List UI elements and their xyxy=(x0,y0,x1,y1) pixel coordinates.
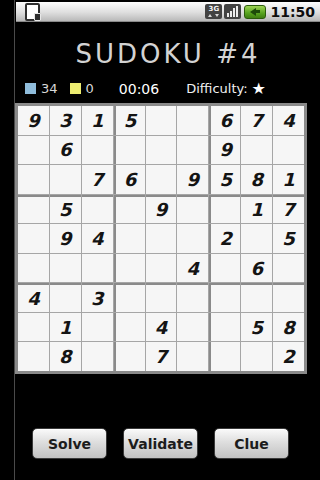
cell-r4c9[interactable]: 7 xyxy=(273,195,304,224)
cell-r2c5[interactable] xyxy=(146,136,177,165)
page-title: SUDOKU #4 xyxy=(16,37,320,71)
cell-r5c6[interactable] xyxy=(177,224,208,253)
cell-r2c9[interactable] xyxy=(273,136,304,165)
cell-r9c2[interactable]: 8 xyxy=(50,342,81,371)
cell-r2c8[interactable] xyxy=(241,136,272,165)
cell-r8c3[interactable] xyxy=(82,313,113,342)
cell-r1c7[interactable]: 6 xyxy=(209,106,240,135)
cell-r3c1[interactable] xyxy=(18,165,49,194)
cell-r2c3[interactable] xyxy=(82,136,113,165)
cell-r1c2[interactable]: 3 xyxy=(50,106,81,135)
given-cells-color-swatch xyxy=(25,83,36,94)
cell-r9c6[interactable] xyxy=(177,342,208,371)
cell-r4c1[interactable] xyxy=(18,195,49,224)
cell-r6c9[interactable] xyxy=(273,254,304,283)
cell-r9c7[interactable] xyxy=(209,342,240,371)
clue-button[interactable]: Clue xyxy=(214,428,289,459)
cell-r3c5[interactable] xyxy=(146,165,177,194)
cell-r5c2[interactable]: 9 xyxy=(50,224,81,253)
cell-r5c3[interactable]: 4 xyxy=(82,224,113,253)
cell-r7c1[interactable]: 4 xyxy=(18,283,49,312)
cell-r8c6[interactable] xyxy=(177,313,208,342)
cell-r1c8[interactable]: 7 xyxy=(241,106,272,135)
cell-r7c8[interactable] xyxy=(241,283,272,312)
cell-r8c9[interactable]: 8 xyxy=(273,313,304,342)
cell-r1c3[interactable]: 1 xyxy=(82,106,113,135)
cell-r2c2[interactable]: 6 xyxy=(50,136,81,165)
cell-r7c7[interactable] xyxy=(209,283,240,312)
cell-r9c8[interactable] xyxy=(241,342,272,371)
3g-data-arrows xyxy=(208,14,219,17)
cell-r2c1[interactable] xyxy=(18,136,49,165)
button-bar: Solve Validate Clue xyxy=(16,428,320,459)
cell-r4c4[interactable] xyxy=(114,195,145,224)
cell-r1c9[interactable]: 4 xyxy=(273,106,304,135)
signal-strength-icon xyxy=(224,4,241,19)
battery-charging-icon xyxy=(244,5,266,19)
cell-r9c5[interactable]: 7 xyxy=(146,342,177,371)
cell-r8c7[interactable] xyxy=(209,313,240,342)
status-bar: 3G 11:50 xyxy=(16,2,320,22)
cell-r7c2[interactable] xyxy=(50,283,81,312)
cell-r3c9[interactable]: 1 xyxy=(273,165,304,194)
cell-r5c5[interactable] xyxy=(146,224,177,253)
cell-r9c1[interactable] xyxy=(18,342,49,371)
cell-r1c6[interactable] xyxy=(177,106,208,135)
cell-r6c6[interactable]: 4 xyxy=(177,254,208,283)
cell-r2c6[interactable] xyxy=(177,136,208,165)
cell-r9c3[interactable] xyxy=(82,342,113,371)
entered-cells-count: 0 xyxy=(86,81,94,96)
info-bar: 34 0 00:06 Difficulty: ★ xyxy=(16,81,320,96)
cell-r3c4[interactable]: 6 xyxy=(114,165,145,194)
cell-r5c1[interactable] xyxy=(18,224,49,253)
entered-cells-color-swatch xyxy=(70,83,81,94)
cell-r3c2[interactable] xyxy=(50,165,81,194)
notification-icon-chip xyxy=(34,13,41,21)
cell-r8c2[interactable]: 1 xyxy=(50,313,81,342)
notification-icon xyxy=(25,3,40,21)
upload-arrow-icon xyxy=(208,14,212,17)
difficulty-label: Difficulty: xyxy=(186,81,247,96)
cell-r4c7[interactable] xyxy=(209,195,240,224)
cell-r1c4[interactable]: 5 xyxy=(114,106,145,135)
cell-r6c3[interactable] xyxy=(82,254,113,283)
cell-r9c9[interactable]: 2 xyxy=(273,342,304,371)
validate-button[interactable]: Validate xyxy=(123,428,198,459)
cell-r2c7[interactable]: 9 xyxy=(209,136,240,165)
cell-r5c4[interactable] xyxy=(114,224,145,253)
sudoku-board: 9315674697695815917942546431458872 xyxy=(15,103,307,374)
given-cells-count: 34 xyxy=(41,81,58,96)
cell-r4c3[interactable] xyxy=(82,195,113,224)
cell-r1c5[interactable] xyxy=(146,106,177,135)
cell-r5c9[interactable]: 5 xyxy=(273,224,304,253)
cell-r6c2[interactable] xyxy=(50,254,81,283)
cell-r6c1[interactable] xyxy=(18,254,49,283)
download-arrow-icon xyxy=(215,14,219,17)
cell-r4c6[interactable] xyxy=(177,195,208,224)
solve-button[interactable]: Solve xyxy=(32,428,107,459)
game-timer: 00:06 xyxy=(119,81,159,97)
cell-r8c4[interactable] xyxy=(114,313,145,342)
cell-r2c4[interactable] xyxy=(114,136,145,165)
3g-label: 3G xyxy=(209,6,220,13)
difficulty-star-icon: ★ xyxy=(252,82,266,96)
cell-r3c3[interactable]: 7 xyxy=(82,165,113,194)
cell-r6c8[interactable]: 6 xyxy=(241,254,272,283)
cell-r8c8[interactable]: 5 xyxy=(241,313,272,342)
cell-r3c8[interactable]: 8 xyxy=(241,165,272,194)
cell-r3c7[interactable]: 5 xyxy=(209,165,240,194)
cell-r7c3[interactable]: 3 xyxy=(82,283,113,312)
cell-r6c4[interactable] xyxy=(114,254,145,283)
cell-r6c5[interactable] xyxy=(146,254,177,283)
cell-r5c7[interactable]: 2 xyxy=(209,224,240,253)
clock-time: 11:50 xyxy=(270,4,315,20)
cell-r3c6[interactable]: 9 xyxy=(177,165,208,194)
cell-r7c6[interactable] xyxy=(177,283,208,312)
cell-r7c4[interactable] xyxy=(114,283,145,312)
cell-r4c2[interactable]: 5 xyxy=(50,195,81,224)
3g-data-icon: 3G xyxy=(205,4,222,19)
cell-r4c5[interactable]: 9 xyxy=(146,195,177,224)
cell-r8c5[interactable]: 4 xyxy=(146,313,177,342)
cell-r8c1[interactable] xyxy=(18,313,49,342)
cell-r9c4[interactable] xyxy=(114,342,145,371)
cell-r1c1[interactable]: 9 xyxy=(18,106,49,135)
cell-r5c8[interactable] xyxy=(241,224,272,253)
cell-r7c5[interactable] xyxy=(146,283,177,312)
cell-r7c9[interactable] xyxy=(273,283,304,312)
cell-r4c8[interactable]: 1 xyxy=(241,195,272,224)
cell-r6c7[interactable] xyxy=(209,254,240,283)
